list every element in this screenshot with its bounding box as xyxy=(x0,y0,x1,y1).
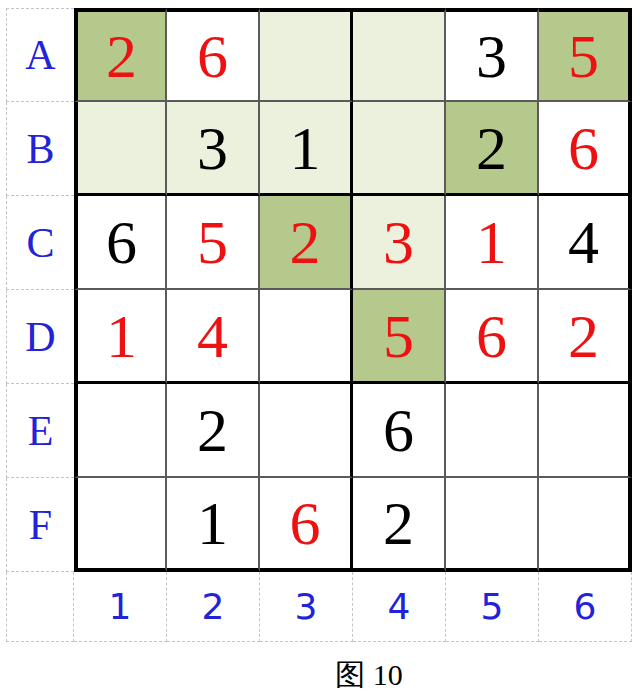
cell-D1[interactable]: 1 xyxy=(74,290,167,384)
col-label-2: 2 xyxy=(167,572,260,642)
row-label-D: D xyxy=(6,290,74,384)
col-label-6: 6 xyxy=(539,572,632,642)
cell-E3[interactable] xyxy=(260,384,353,478)
cell-C6[interactable]: 4 xyxy=(539,196,632,290)
row-label-B: B xyxy=(6,102,74,196)
cell-F2[interactable]: 1 xyxy=(167,478,260,572)
cell-A6[interactable]: 5 xyxy=(539,8,632,102)
cell-F4[interactable]: 2 xyxy=(353,478,446,572)
cell-E4[interactable]: 6 xyxy=(353,384,446,478)
cell-F3[interactable]: 6 xyxy=(260,478,353,572)
cell-E1[interactable] xyxy=(74,384,167,478)
cell-B5[interactable]: 2 xyxy=(446,102,539,196)
cell-A3[interactable] xyxy=(260,8,353,102)
row-label-E: E xyxy=(6,384,74,478)
cell-E6[interactable] xyxy=(539,384,632,478)
cell-E5[interactable] xyxy=(446,384,539,478)
cell-B4[interactable] xyxy=(353,102,446,196)
caption-row: 图 10 xyxy=(0,655,640,696)
cell-A5[interactable]: 3 xyxy=(446,8,539,102)
sudoku-board: A2635B3126C652314D14562E26F162123456 xyxy=(6,8,632,642)
cell-C3[interactable]: 2 xyxy=(260,196,353,290)
row-label-C: C xyxy=(6,196,74,290)
cell-D3[interactable] xyxy=(260,290,353,384)
cell-B2[interactable]: 3 xyxy=(167,102,260,196)
cell-D4[interactable]: 5 xyxy=(353,290,446,384)
cell-C5[interactable]: 1 xyxy=(446,196,539,290)
col-label-3: 3 xyxy=(260,572,353,642)
cell-C1[interactable]: 6 xyxy=(74,196,167,290)
cell-A2[interactable]: 6 xyxy=(167,8,260,102)
cell-D5[interactable]: 6 xyxy=(446,290,539,384)
col-label-5: 5 xyxy=(446,572,539,642)
cell-A4[interactable] xyxy=(353,8,446,102)
corner-spacer xyxy=(6,572,74,642)
cell-B3[interactable]: 1 xyxy=(260,102,353,196)
cell-E2[interactable]: 2 xyxy=(167,384,260,478)
cell-C2[interactable]: 5 xyxy=(167,196,260,290)
cell-B6[interactable]: 6 xyxy=(539,102,632,196)
cell-D2[interactable]: 4 xyxy=(167,290,260,384)
cell-F6[interactable] xyxy=(539,478,632,572)
col-label-4: 4 xyxy=(353,572,446,642)
cell-F5[interactable] xyxy=(446,478,539,572)
cell-B1[interactable] xyxy=(74,102,167,196)
cell-C4[interactable]: 3 xyxy=(353,196,446,290)
row-label-A: A xyxy=(6,8,74,102)
row-label-F: F xyxy=(6,478,74,572)
board-grid: A2635B3126C652314D14562E26F162123456 xyxy=(6,8,632,642)
cell-D6[interactable]: 2 xyxy=(539,290,632,384)
figure-caption: 图 10 xyxy=(335,655,403,696)
cell-A1[interactable]: 2 xyxy=(74,8,167,102)
col-label-1: 1 xyxy=(74,572,167,642)
cell-F1[interactable] xyxy=(74,478,167,572)
